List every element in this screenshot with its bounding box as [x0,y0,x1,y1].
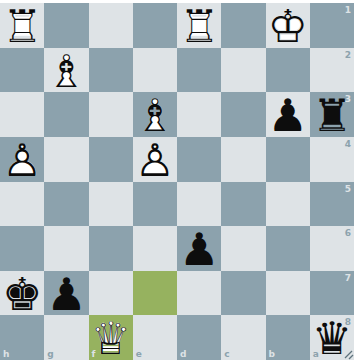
square-b1[interactable]: ♚♔ [266,3,310,48]
black-pawn[interactable]: ♟ [266,93,310,138]
file-label-b: b [269,349,275,359]
square-e4[interactable]: ♟♙ [133,137,177,182]
square-f1[interactable] [89,3,133,48]
square-h5[interactable] [0,182,44,227]
square-h8[interactable]: h [0,315,44,360]
white-pawn[interactable]: ♟♙ [0,138,44,183]
square-c6[interactable] [221,226,265,271]
rank-label-7: 7 [345,273,351,283]
square-g6[interactable] [44,226,88,271]
square-f7[interactable] [89,271,133,316]
file-label-g: g [47,349,53,359]
white-queen[interactable]: ♛♕ [89,316,133,360]
resize-handle-icon[interactable] [342,348,354,360]
white-king[interactable]: ♚♔ [266,4,310,49]
square-h1[interactable]: ♜♖ [0,3,44,48]
square-b2[interactable] [266,48,310,93]
square-f4[interactable] [89,137,133,182]
square-c2[interactable] [221,48,265,93]
square-h7[interactable]: ♚ [0,271,44,316]
rank-label-2: 2 [345,50,351,60]
square-h2[interactable] [0,48,44,93]
white-rook[interactable]: ♜♖ [177,4,221,49]
square-e3[interactable]: ♝♗ [133,92,177,137]
rank-label-6: 6 [345,228,351,238]
rank-label-4: 4 [345,139,351,149]
square-g5[interactable] [44,182,88,227]
square-a4[interactable]: 4 [310,137,354,182]
square-c1[interactable] [221,3,265,48]
square-g1[interactable] [44,3,88,48]
square-b6[interactable] [266,226,310,271]
square-f2[interactable] [89,48,133,93]
file-label-h: h [3,349,9,359]
square-e1[interactable] [133,3,177,48]
square-g7[interactable]: ♟ [44,271,88,316]
square-b8[interactable]: b [266,315,310,360]
square-e8[interactable]: e [133,315,177,360]
square-a5[interactable]: 5 [310,182,354,227]
square-a1[interactable]: 1 [310,3,354,48]
square-f3[interactable] [89,92,133,137]
square-b7[interactable] [266,271,310,316]
square-f6[interactable] [89,226,133,271]
square-b4[interactable] [266,137,310,182]
square-a7[interactable]: 7 [310,271,354,316]
square-b3[interactable]: ♟ [266,92,310,137]
square-g3[interactable] [44,92,88,137]
rank-label-5: 5 [345,184,351,194]
square-a6[interactable]: 6 [310,226,354,271]
square-d5[interactable] [177,182,221,227]
square-d1[interactable]: ♜♖ [177,3,221,48]
chess-board: ♜♖♜♖♚♔1♝♗2♝♗♟♜3♟♙♟♙45♟6♚♟7hg♛♕fedcb♛8a [0,3,354,360]
black-rook[interactable]: ♜ [310,93,354,138]
square-e5[interactable] [133,182,177,227]
square-g4[interactable] [44,137,88,182]
square-c3[interactable] [221,92,265,137]
white-bishop[interactable]: ♝♗ [44,49,88,94]
square-b5[interactable] [266,182,310,227]
square-d8[interactable]: d [177,315,221,360]
square-g2[interactable]: ♝♗ [44,48,88,93]
square-h4[interactable]: ♟♙ [0,137,44,182]
square-e2[interactable] [133,48,177,93]
square-d3[interactable] [177,92,221,137]
white-pawn[interactable]: ♟♙ [133,138,177,183]
square-e7[interactable] [133,271,177,316]
square-e6[interactable] [133,226,177,271]
rank-label-1: 1 [345,5,351,15]
square-d2[interactable] [177,48,221,93]
square-d4[interactable] [177,137,221,182]
file-label-c: c [224,349,229,359]
square-g8[interactable]: g [44,315,88,360]
square-h3[interactable] [0,92,44,137]
square-c5[interactable] [221,182,265,227]
square-f8[interactable]: ♛♕f [89,315,133,360]
file-label-d: d [180,349,186,359]
black-pawn[interactable]: ♟ [44,272,88,317]
square-c7[interactable] [221,271,265,316]
square-f5[interactable] [89,182,133,227]
black-king[interactable]: ♚ [0,272,44,317]
black-pawn[interactable]: ♟ [177,227,221,272]
square-d6[interactable]: ♟ [177,226,221,271]
square-h6[interactable] [0,226,44,271]
square-c4[interactable] [221,137,265,182]
square-a3[interactable]: ♜3 [310,92,354,137]
white-rook[interactable]: ♜♖ [0,4,44,49]
square-d7[interactable] [177,271,221,316]
square-c8[interactable]: c [221,315,265,360]
file-label-e: e [136,349,142,359]
board-container: ♜♖♜♖♚♔1♝♗2♝♗♟♜3♟♙♟♙45♟6♚♟7hg♛♕fedcb♛8a [0,3,354,360]
white-bishop[interactable]: ♝♗ [133,93,177,138]
square-a2[interactable]: 2 [310,48,354,93]
